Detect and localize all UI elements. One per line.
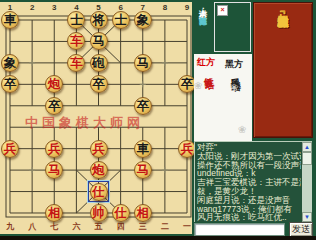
- file-coordinate: 9: [181, 3, 193, 12]
- scrollbar-thumb[interactable]: [302, 152, 312, 165]
- flower-watermark-icon: ❀: [194, 80, 202, 91]
- file-coordinate: 一: [181, 221, 193, 232]
- chat-input[interactable]: [194, 223, 285, 236]
- send-button[interactable]: 发送: [289, 222, 313, 237]
- piece-black[interactable]: 車: [1, 11, 19, 29]
- chat-message-list: 对弈"太阳说：刚才因为第一次试讲对操作还不熟所以有一段没声音undefined说…: [197, 143, 301, 222]
- chat-panel: 对弈"太阳说：刚才因为第一次试讲对操作还不熟所以有一段没声音undefined说…: [194, 141, 312, 222]
- chat-line: 吉祥三宝爱棋说：主讲不是海德: [197, 178, 301, 187]
- broken-image-icon: ×: [217, 5, 228, 16]
- piece-red[interactable]: 车: [67, 54, 85, 72]
- file-coordinate: 五: [93, 221, 105, 232]
- piece-red[interactable]: 炮: [90, 161, 108, 179]
- xiangqi-board[interactable]: 123456789 九八七六五四三二一 中国象棋大师网 車士将士象车马象车砲马卒…: [0, 2, 192, 234]
- piece-black[interactable]: 将: [90, 11, 108, 29]
- chat-line: 操作还不熟所以有一段没声音: [197, 161, 301, 170]
- piece-red[interactable]: 马: [134, 161, 152, 179]
- flower-watermark-icon: ❀: [230, 82, 238, 93]
- file-coordinate: 八: [26, 221, 38, 232]
- chat-line: wang17773说：俺们都有: [197, 205, 301, 214]
- chat-line: 敍，是黄少龙！: [197, 187, 301, 196]
- piece-black[interactable]: 士: [112, 11, 130, 29]
- xiangqi-app-window: 123456789 九八七六五四三二一 中国象棋大师网 車士将士象车马象车砲马卒…: [0, 0, 316, 240]
- piece-black[interactable]: 马: [134, 54, 152, 72]
- piece-red[interactable]: 兵: [45, 140, 63, 158]
- piece-red[interactable]: 兵: [1, 140, 19, 158]
- player-names-panel: 红方 黑方 红方姓名 黑方姓名 ❀ ❀ ❀ 中国象棋大师网: [194, 54, 252, 141]
- flower-watermark-icon: ❀: [238, 124, 246, 135]
- piece-black[interactable]: 象: [134, 11, 152, 29]
- piece-red[interactable]: 相: [134, 204, 152, 222]
- lecturer-label: 主讲人：: [198, 3, 207, 11]
- chat-line: 闲庭望月说：还是没声音: [197, 196, 301, 205]
- scroll-down-icon[interactable]: ▼: [302, 212, 312, 222]
- file-coordinate: 8: [159, 3, 171, 12]
- file-coordinate: 四: [115, 221, 127, 232]
- piece-red[interactable]: 炮: [45, 75, 63, 93]
- piece-black[interactable]: 士: [67, 11, 85, 29]
- file-coordinate: 三: [137, 221, 149, 232]
- welcome-banner: 欢迎光临本网『在线对弈』: [253, 2, 313, 138]
- piece-black[interactable]: 象: [1, 54, 19, 72]
- chat-line: 太阳说：刚才因为第一次试讲对: [197, 152, 301, 161]
- piece-black[interactable]: 車: [134, 140, 152, 158]
- file-coordinate: 九: [4, 221, 16, 232]
- piece-red[interactable]: 仕: [112, 204, 130, 222]
- piece-red[interactable]: 车: [67, 32, 85, 50]
- red-player-name: 红方姓名: [200, 68, 213, 74]
- chat-line: 风月无痕说：吃马红优..: [197, 213, 301, 222]
- file-coordinate: 2: [26, 3, 38, 12]
- file-coordinate: 3: [48, 3, 60, 12]
- chat-line: 对弈": [197, 143, 301, 152]
- chat-scrollbar[interactable]: ▲ ▼: [302, 142, 312, 222]
- piece-red[interactable]: 仕: [90, 183, 108, 201]
- piece-black[interactable]: 卒: [90, 75, 108, 93]
- scroll-up-icon[interactable]: ▲: [302, 142, 312, 152]
- black-player-name: 黑方姓名: [227, 70, 240, 76]
- piece-red[interactable]: 兵: [90, 140, 108, 158]
- lecturer-video-placeholder: ×: [214, 2, 251, 52]
- chat-line: undefined说：k: [197, 169, 301, 178]
- file-coordinate: 六: [70, 221, 82, 232]
- piece-red[interactable]: 帅: [90, 204, 108, 222]
- welcome-banner-text: 欢迎光临本网『在线对弈』: [253, 7, 313, 135]
- black-side-label: 黑方: [225, 58, 243, 71]
- piece-black[interactable]: 马: [90, 32, 108, 50]
- bottom-strip: [0, 236, 316, 240]
- piece-black[interactable]: 卒: [45, 97, 63, 115]
- board-watermark: 中国象棋大师网: [25, 114, 144, 132]
- file-coordinate: 七: [48, 221, 60, 232]
- file-coordinate: 二: [159, 221, 171, 232]
- piece-black[interactable]: 卒: [134, 97, 152, 115]
- piece-black[interactable]: 砲: [90, 54, 108, 72]
- piece-red[interactable]: 相: [45, 204, 63, 222]
